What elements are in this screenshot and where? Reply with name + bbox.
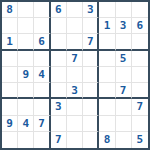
given-digit: 5 [137, 134, 144, 145]
given-digit: 9 [6, 117, 13, 128]
sudoku-cell-r4c2[interactable] [18, 51, 34, 67]
sudoku-cell-r1c5[interactable] [67, 2, 83, 18]
sudoku-cell-r6c5: 3 [67, 83, 83, 99]
sudoku-cell-r6c2[interactable] [18, 83, 34, 99]
sudoku-cell-r7c4: 3 [51, 99, 67, 115]
sudoku-cell-r9c8[interactable] [116, 132, 132, 148]
sudoku-cell-r6c7[interactable] [99, 83, 115, 99]
sudoku-cell-r8c3: 7 [34, 116, 50, 132]
sudoku-cell-r4c4[interactable] [51, 51, 67, 67]
sudoku-cell-r2c6[interactable] [83, 18, 99, 34]
sudoku-cell-r4c6[interactable] [83, 51, 99, 67]
sudoku-cell-r1c6: 3 [83, 2, 99, 18]
sudoku-cell-r9c5[interactable] [67, 132, 83, 148]
sudoku-cell-r6c3[interactable] [34, 83, 50, 99]
given-digit: 3 [87, 4, 94, 15]
sudoku-cell-r1c1: 8 [2, 2, 18, 18]
sudoku-cell-r8c4[interactable] [51, 116, 67, 132]
given-digit: 8 [104, 134, 111, 145]
sudoku-cell-r2c9: 6 [132, 18, 148, 34]
sudoku-cell-r4c3[interactable] [34, 51, 50, 67]
sudoku-cell-r4c7[interactable] [99, 51, 115, 67]
given-digit: 6 [55, 4, 62, 15]
sudoku-cell-r9c4: 7 [51, 132, 67, 148]
sudoku-cell-r7c6[interactable] [83, 99, 99, 115]
sudoku-cell-r2c5[interactable] [67, 18, 83, 34]
sudoku-cell-r5c1[interactable] [2, 67, 18, 83]
given-digit: 1 [6, 36, 13, 47]
sudoku-cell-r9c2[interactable] [18, 132, 34, 148]
sudoku-cell-r1c2[interactable] [18, 2, 34, 18]
sudoku-cell-r2c4[interactable] [51, 18, 67, 34]
given-digit: 6 [38, 36, 45, 47]
sudoku-cell-r9c6[interactable] [83, 132, 99, 148]
sudoku-cell-r4c9[interactable] [132, 51, 148, 67]
sudoku-cell-r2c2[interactable] [18, 18, 34, 34]
sudoku-cell-r9c3[interactable] [34, 132, 50, 148]
sudoku-cell-r3c4[interactable] [51, 34, 67, 50]
sudoku-cell-r3c7[interactable] [99, 34, 115, 50]
sudoku-cell-r5c6[interactable] [83, 67, 99, 83]
given-digit: 4 [38, 68, 45, 79]
sudoku-cell-r3c5[interactable] [67, 34, 83, 50]
given-digit: 3 [120, 20, 127, 31]
sudoku-cell-r3c6: 7 [83, 34, 99, 50]
given-digit: 7 [87, 36, 94, 47]
sudoku-cell-r3c1: 1 [2, 34, 18, 50]
sudoku-cell-r8c5[interactable] [67, 116, 83, 132]
sudoku-cell-r3c3: 6 [34, 34, 50, 50]
sudoku-cell-r6c4[interactable] [51, 83, 67, 99]
given-digit: 3 [55, 101, 62, 112]
sudoku-cell-r6c8: 7 [116, 83, 132, 99]
given-digit: 5 [120, 52, 127, 63]
sudoku-cell-r9c9: 5 [132, 132, 148, 148]
sudoku-cell-r1c7[interactable] [99, 2, 115, 18]
sudoku-cell-r7c9: 7 [132, 99, 148, 115]
sudoku-cell-r8c6[interactable] [83, 116, 99, 132]
sudoku-cell-r8c9[interactable] [132, 116, 148, 132]
sudoku-cell-r5c4[interactable] [51, 67, 67, 83]
sudoku-cell-r7c5[interactable] [67, 99, 83, 115]
sudoku-board: 86313616775943737947785 [0, 0, 150, 150]
sudoku-cell-r3c8[interactable] [116, 34, 132, 50]
sudoku-cell-r6c1[interactable] [2, 83, 18, 99]
sudoku-cell-r5c3: 4 [34, 67, 50, 83]
sudoku-cell-r7c2[interactable] [18, 99, 34, 115]
sudoku-cell-r8c2: 4 [18, 116, 34, 132]
given-digit: 4 [23, 117, 30, 128]
sudoku-cell-r7c3[interactable] [34, 99, 50, 115]
sudoku-cell-r6c6[interactable] [83, 83, 99, 99]
sudoku-cell-r5c9[interactable] [132, 67, 148, 83]
sudoku-cell-r5c7[interactable] [99, 67, 115, 83]
sudoku-cell-r6c9[interactable] [132, 83, 148, 99]
given-digit: 7 [38, 117, 45, 128]
sudoku-cell-r2c7: 1 [99, 18, 115, 34]
sudoku-cell-r8c7[interactable] [99, 116, 115, 132]
given-digit: 3 [71, 84, 78, 95]
sudoku-cell-r5c5[interactable] [67, 67, 83, 83]
given-digit: 7 [55, 134, 62, 145]
sudoku-cell-r7c1[interactable] [2, 99, 18, 115]
sudoku-cell-r2c1[interactable] [2, 18, 18, 34]
sudoku-cell-r2c3[interactable] [34, 18, 50, 34]
sudoku-cell-r2c8: 3 [116, 18, 132, 34]
given-digit: 7 [137, 101, 144, 112]
sudoku-cell-r4c8: 5 [116, 51, 132, 67]
given-digit: 7 [120, 84, 127, 95]
sudoku-cell-r5c8[interactable] [116, 67, 132, 83]
sudoku-cell-r1c3[interactable] [34, 2, 50, 18]
given-digit: 6 [137, 20, 144, 31]
sudoku-cell-r1c4: 6 [51, 2, 67, 18]
sudoku-cell-r3c9[interactable] [132, 34, 148, 50]
given-digit: 8 [6, 4, 13, 15]
sudoku-cell-r9c1[interactable] [2, 132, 18, 148]
given-digit: 1 [104, 20, 111, 31]
sudoku-cell-r7c7[interactable] [99, 99, 115, 115]
sudoku-cell-r1c9[interactable] [132, 2, 148, 18]
sudoku-cell-r7c8[interactable] [116, 99, 132, 115]
sudoku-cell-r8c1: 9 [2, 116, 18, 132]
sudoku-cell-r8c8[interactable] [116, 116, 132, 132]
given-digit: 9 [23, 68, 30, 79]
sudoku-cell-r3c2[interactable] [18, 34, 34, 50]
sudoku-cell-r5c2: 9 [18, 67, 34, 83]
sudoku-cell-r1c8[interactable] [116, 2, 132, 18]
sudoku-cell-r4c5: 7 [67, 51, 83, 67]
given-digit: 7 [71, 52, 78, 63]
sudoku-cell-r4c1[interactable] [2, 51, 18, 67]
sudoku-cell-r9c7: 8 [99, 132, 115, 148]
